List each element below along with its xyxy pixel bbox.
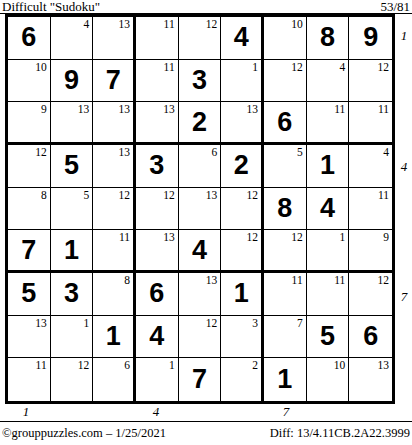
cell-r1c6[interactable]: 4 <box>221 17 264 60</box>
cell-r4c1[interactable]: 12 <box>8 145 51 188</box>
corner-number: 6 <box>124 359 130 371</box>
cell-r9c7[interactable]: 1 <box>264 358 307 401</box>
corner-number: 13 <box>35 317 47 329</box>
given-digit: 6 <box>349 316 392 358</box>
given-digit: 3 <box>51 273 93 315</box>
corner-number: 11 <box>378 103 389 115</box>
corner-number: 13 <box>163 231 175 243</box>
corner-number: 13 <box>206 189 218 201</box>
given-digit: 2 <box>179 102 221 142</box>
given-digit: 4 <box>221 17 261 59</box>
corner-number: 12 <box>247 189 259 201</box>
cell-r5c2[interactable]: 5 <box>51 188 94 231</box>
corner-number: 11 <box>164 18 175 30</box>
cell-r3c4[interactable]: 13 <box>136 102 179 145</box>
cell-r7c4[interactable]: 6 <box>136 273 179 316</box>
corner-number: 8 <box>41 189 47 201</box>
corner-number: 3 <box>252 317 258 329</box>
cell-r2c5[interactable]: 3 <box>179 60 222 103</box>
cell-r4c2[interactable]: 5 <box>51 145 94 188</box>
cell-r8c2[interactable]: 1 <box>51 316 94 359</box>
corner-number: 9 <box>41 103 47 115</box>
cell-r4c8[interactable]: 1 <box>307 145 350 188</box>
cell-r3c5[interactable]: 2 <box>179 102 222 145</box>
corner-number: 5 <box>297 146 303 158</box>
cell-r8c3[interactable]: 1 <box>93 316 136 359</box>
cell-r6c2[interactable]: 1 <box>51 230 94 273</box>
corner-number: 12 <box>291 61 303 73</box>
given-digit: 1 <box>51 230 93 270</box>
given-digit: 1 <box>307 145 349 187</box>
given-digit: 2 <box>221 145 261 187</box>
corner-number: 1 <box>169 359 175 371</box>
given-digit: 5 <box>307 316 349 358</box>
cell-r3c1[interactable]: 9 <box>8 102 51 145</box>
bottom-divider <box>0 421 412 422</box>
cell-r6c6[interactable]: 12 <box>221 230 264 273</box>
cell-r9c8[interactable]: 10 <box>307 358 350 401</box>
given-digit: 5 <box>8 273 50 315</box>
cell-r5c5[interactable]: 13 <box>179 188 222 231</box>
corner-number: 12 <box>163 189 175 201</box>
corner-number: 11 <box>378 189 389 201</box>
corner-number: 7 <box>297 317 303 329</box>
puzzle-title: Difficult "Sudoku" <box>2 0 100 13</box>
cell-r9c5[interactable]: 7 <box>179 358 222 401</box>
corner-number: 1 <box>340 231 346 243</box>
cell-r7c2[interactable]: 3 <box>51 273 94 316</box>
cell-r1c2[interactable]: 4 <box>51 17 94 60</box>
given-digit: 8 <box>264 188 306 230</box>
corner-number: 12 <box>206 18 218 30</box>
cell-r5c9[interactable]: 11 <box>349 188 392 231</box>
cell-r5c6[interactable]: 12 <box>221 188 264 231</box>
corner-number: 13 <box>378 359 390 371</box>
cell-r3c2[interactable]: 13 <box>51 102 94 145</box>
corner-number: 1 <box>84 317 90 329</box>
cell-r8c1[interactable]: 13 <box>8 316 51 359</box>
puzzle-page: Difficult "Sudoku" 53/81 641311124108910… <box>0 0 412 445</box>
cell-r3c9[interactable]: 11 <box>349 102 392 145</box>
given-digit: 7 <box>179 358 221 401</box>
cell-r9c9[interactable]: 13 <box>349 358 392 401</box>
cell-r6c1[interactable]: 7 <box>8 230 51 273</box>
corner-number: 4 <box>340 61 346 73</box>
cell-r4c9[interactable]: 4 <box>349 145 392 188</box>
cell-r9c3[interactable]: 6 <box>93 358 136 401</box>
cell-r3c7[interactable]: 6 <box>264 102 307 145</box>
corner-number: 12 <box>78 359 90 371</box>
cell-r5c3[interactable]: 12 <box>93 188 136 231</box>
corner-number: 13 <box>119 103 131 115</box>
cell-r5c8[interactable]: 4 <box>307 188 350 231</box>
copyright-text: ©grouppuzzles.com – 1/25/2021 <box>2 426 166 441</box>
cell-r6c9[interactable]: 9 <box>349 230 392 273</box>
corner-number: 11 <box>292 274 303 286</box>
corner-number: 12 <box>378 61 390 73</box>
corner-number: 11 <box>119 231 130 243</box>
cell-r2c7[interactable]: 12 <box>264 60 307 103</box>
given-digit: 1 <box>221 273 261 315</box>
cell-r9c4[interactable]: 1 <box>136 358 179 401</box>
corner-number: 6 <box>212 146 218 158</box>
cell-r3c3[interactable]: 13 <box>93 102 136 145</box>
given-digit: 4 <box>179 230 221 270</box>
cell-r3c6[interactable]: 13 <box>221 102 264 145</box>
cell-r6c7[interactable]: 12 <box>264 230 307 273</box>
cell-r5c4[interactable]: 12 <box>136 188 179 231</box>
given-digit: 9 <box>349 17 392 59</box>
cell-r4c4[interactable]: 3 <box>136 145 179 188</box>
col-label-4: 4 <box>146 404 166 419</box>
given-digit: 3 <box>136 145 178 187</box>
row-label-1: 1 <box>394 28 412 43</box>
cell-r6c8[interactable]: 1 <box>307 230 350 273</box>
cell-r7c3[interactable]: 8 <box>93 273 136 316</box>
cell-r8c4[interactable]: 4 <box>136 316 179 359</box>
corner-number: 12 <box>206 317 218 329</box>
row-label-7: 7 <box>394 289 412 304</box>
given-digit: 3 <box>179 60 221 102</box>
given-digit: 9 <box>51 60 93 102</box>
corner-number: 11 <box>334 274 345 286</box>
corner-number: 5 <box>84 189 90 201</box>
cell-r1c7[interactable]: 10 <box>264 17 307 60</box>
given-digit: 1 <box>264 358 306 401</box>
cell-r7c5[interactable]: 13 <box>179 273 222 316</box>
corner-number: 11 <box>36 359 47 371</box>
cell-r1c5[interactable]: 12 <box>179 17 222 60</box>
cell-r2c8[interactable]: 4 <box>307 60 350 103</box>
given-digit: 7 <box>8 230 50 270</box>
corner-number: 10 <box>35 61 47 73</box>
cell-r8c7[interactable]: 7 <box>264 316 307 359</box>
cell-r7c8[interactable]: 11 <box>307 273 350 316</box>
cell-r2c1[interactable]: 10 <box>8 60 51 103</box>
cell-r7c7[interactable]: 11 <box>264 273 307 316</box>
cell-r2c3[interactable]: 7 <box>93 60 136 103</box>
corner-number: 1 <box>252 61 258 73</box>
cell-r4c7[interactable]: 5 <box>264 145 307 188</box>
cell-r8c9[interactable]: 6 <box>349 316 392 359</box>
corner-number: 13 <box>78 103 90 115</box>
given-digit: 8 <box>307 17 349 59</box>
cell-r7c1[interactable]: 5 <box>8 273 51 316</box>
cell-r7c6[interactable]: 1 <box>221 273 264 316</box>
cell-r6c4[interactable]: 13 <box>136 230 179 273</box>
corner-number: 13 <box>119 18 131 30</box>
cell-r8c6[interactable]: 3 <box>221 316 264 359</box>
corner-number: 10 <box>334 359 346 371</box>
col-label-7: 7 <box>276 404 296 419</box>
cell-r8c5[interactable]: 12 <box>179 316 222 359</box>
cell-r4c6[interactable]: 2 <box>221 145 264 188</box>
given-digit: 4 <box>307 188 349 230</box>
corner-number: 4 <box>84 18 90 30</box>
cell-r5c7[interactable]: 8 <box>264 188 307 231</box>
corner-number: 13 <box>206 274 218 286</box>
cell-r2c4[interactable]: 11 <box>136 60 179 103</box>
cell-r6c5[interactable]: 4 <box>179 230 222 273</box>
cell-r4c5[interactable]: 6 <box>179 145 222 188</box>
corner-number: 2 <box>252 359 258 371</box>
corner-number: 12 <box>35 146 47 158</box>
cell-r3c8[interactable]: 11 <box>307 102 350 145</box>
remaining-counter: 53/81 <box>380 0 410 13</box>
cell-r1c4[interactable]: 11 <box>136 17 179 60</box>
corner-number: 13 <box>163 103 175 115</box>
difficulty-code: Diff: 13/4.11CB.2A22.3999 <box>270 426 410 441</box>
corner-number: 13 <box>119 146 131 158</box>
cell-r1c3[interactable]: 13 <box>93 17 136 60</box>
given-digit: 4 <box>136 316 178 358</box>
cell-r4c3[interactable]: 13 <box>93 145 136 188</box>
corner-number: 9 <box>383 231 389 243</box>
cell-r1c9[interactable]: 9 <box>349 17 392 60</box>
corner-number: 12 <box>291 231 303 243</box>
cell-r1c8[interactable]: 8 <box>307 17 350 60</box>
corner-number: 13 <box>247 103 259 115</box>
corner-number: 10 <box>291 18 303 30</box>
row-label-4: 4 <box>394 159 412 174</box>
cell-r9c1[interactable]: 11 <box>8 358 51 401</box>
corner-number: 11 <box>334 103 345 115</box>
given-digit: 6 <box>8 17 50 59</box>
cell-r7c9[interactable]: 12 <box>349 273 392 316</box>
given-digit: 6 <box>264 102 306 142</box>
cell-r2c9[interactable]: 12 <box>349 60 392 103</box>
cell-r6c3[interactable]: 11 <box>93 230 136 273</box>
given-digit: 1 <box>93 316 133 358</box>
cell-r2c2[interactable]: 9 <box>51 60 94 103</box>
sudoku-board: 6413111241089109711311241291313132136111… <box>5 14 395 404</box>
given-digit: 6 <box>136 273 178 315</box>
col-label-1: 1 <box>16 404 36 419</box>
given-digit: 7 <box>93 60 133 102</box>
cell-r9c2[interactable]: 12 <box>51 358 94 401</box>
cell-r2c6[interactable]: 1 <box>221 60 264 103</box>
cell-r5c1[interactable]: 8 <box>8 188 51 231</box>
corner-number: 12 <box>378 274 390 286</box>
corner-number: 12 <box>119 189 131 201</box>
corner-number: 8 <box>124 274 130 286</box>
given-digit: 5 <box>51 145 93 187</box>
corner-number: 4 <box>383 146 389 158</box>
cell-r1c1[interactable]: 6 <box>8 17 51 60</box>
corner-number: 12 <box>247 231 259 243</box>
corner-number: 11 <box>164 61 175 73</box>
cell-r8c8[interactable]: 5 <box>307 316 350 359</box>
cell-r9c6[interactable]: 2 <box>221 358 264 401</box>
